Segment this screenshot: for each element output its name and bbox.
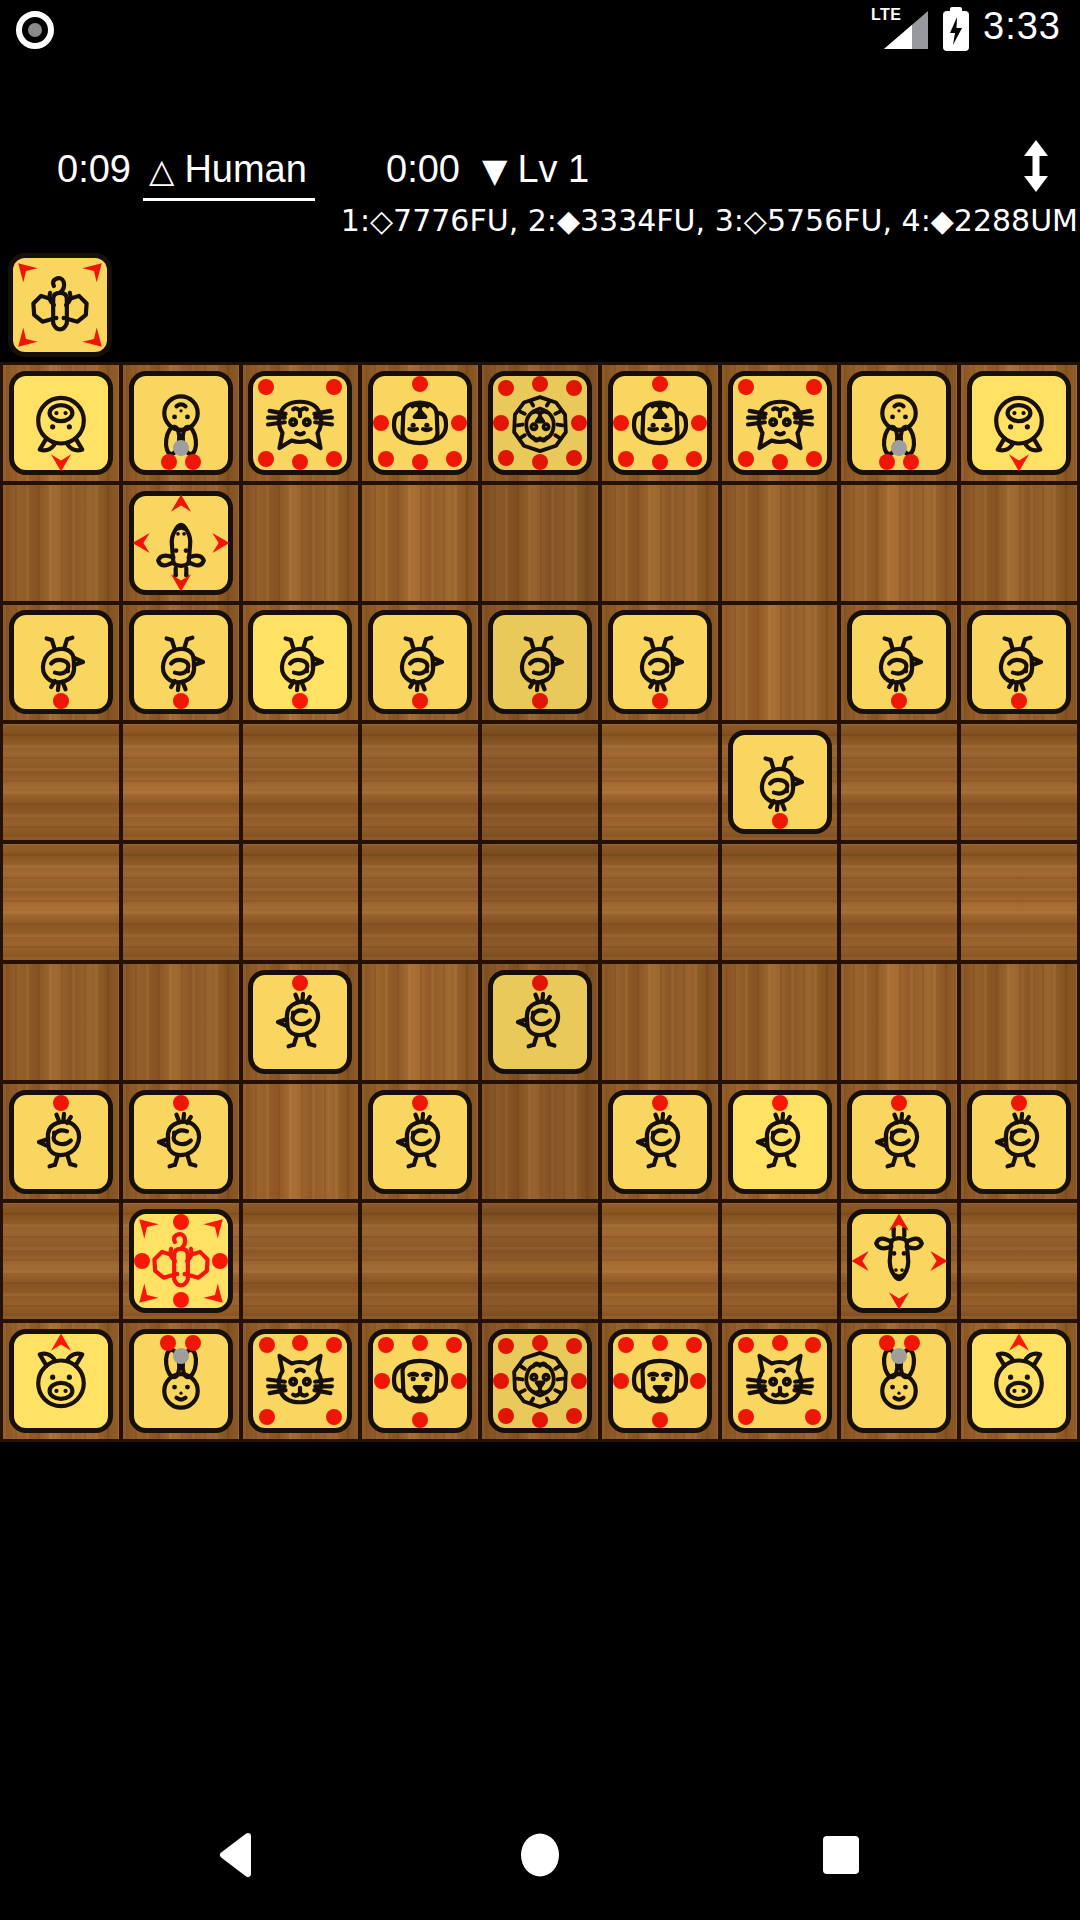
chick-icon bbox=[742, 1104, 818, 1180]
chick-icon bbox=[382, 624, 458, 700]
move-dot bbox=[690, 415, 706, 431]
move-dot bbox=[891, 1095, 907, 1111]
move-dot bbox=[566, 380, 582, 396]
signal-icon bbox=[884, 11, 928, 49]
move-dot bbox=[532, 693, 548, 709]
board-square[interactable] bbox=[3, 1203, 119, 1319]
move-dot bbox=[879, 453, 895, 469]
board-square[interactable] bbox=[123, 1084, 239, 1200]
board-square[interactable] bbox=[3, 964, 119, 1080]
move-dot bbox=[532, 453, 548, 469]
recents-button[interactable] bbox=[822, 1835, 860, 1875]
piece-chick-pawn-white[interactable] bbox=[129, 610, 233, 714]
move-dot bbox=[571, 415, 587, 431]
board-square[interactable] bbox=[961, 724, 1077, 840]
move-dot bbox=[532, 376, 548, 392]
piece-dog-gold-black[interactable] bbox=[368, 1329, 472, 1433]
board-square[interactable] bbox=[961, 1203, 1077, 1319]
move-dot bbox=[212, 1253, 228, 1269]
chick-icon bbox=[981, 1104, 1057, 1180]
board-square[interactable] bbox=[362, 485, 478, 601]
board-square[interactable] bbox=[602, 844, 718, 960]
piece-giraffe-rook-black[interactable] bbox=[847, 1209, 951, 1313]
move-dot bbox=[173, 1095, 189, 1111]
move-dot bbox=[259, 1409, 275, 1425]
app-screen: LTE 3:33 0:09 △Human 0:00 ▼Lv 1 1:◇7776F… bbox=[0, 0, 1080, 1920]
board-square[interactable] bbox=[722, 605, 838, 721]
dog-icon bbox=[382, 1343, 458, 1419]
slide-arrow-icon bbox=[169, 493, 192, 516]
cat-icon bbox=[742, 385, 818, 461]
piece-pig-lance-white[interactable] bbox=[967, 371, 1071, 475]
move-dot bbox=[173, 693, 189, 709]
board-square[interactable] bbox=[123, 365, 239, 481]
move-dot bbox=[292, 975, 308, 991]
board-square[interactable] bbox=[123, 1203, 239, 1319]
board-square[interactable] bbox=[841, 724, 957, 840]
move-dot bbox=[891, 693, 907, 709]
move-dot bbox=[805, 1409, 821, 1425]
piece-pig-lance-black[interactable] bbox=[9, 1329, 113, 1433]
board-square[interactable] bbox=[123, 724, 239, 840]
move-dot bbox=[326, 1337, 342, 1353]
piece-cat-silver-white[interactable] bbox=[248, 371, 352, 475]
piece-chick-pawn-white[interactable] bbox=[847, 610, 951, 714]
board-square[interactable] bbox=[961, 485, 1077, 601]
move-dot bbox=[326, 379, 342, 395]
board-square[interactable] bbox=[722, 964, 838, 1080]
move-dot bbox=[378, 1337, 394, 1353]
move-dot bbox=[686, 451, 702, 467]
move-history: 1:◇7776FU, 2:◆3334FU, 3:◇5756FU, 4:◆2288… bbox=[0, 203, 1078, 238]
board-square[interactable] bbox=[961, 844, 1077, 960]
board-square[interactable] bbox=[961, 605, 1077, 721]
board-square[interactable] bbox=[482, 844, 598, 960]
move-dot bbox=[326, 1409, 342, 1425]
move-dot bbox=[805, 379, 821, 395]
board-square[interactable] bbox=[243, 1323, 359, 1439]
move-dot bbox=[259, 451, 275, 467]
sente-mark-icon: △ bbox=[149, 151, 174, 190]
board-square[interactable] bbox=[3, 485, 119, 601]
move-dot bbox=[412, 1335, 428, 1351]
piece-chick-pawn-white[interactable] bbox=[9, 610, 113, 714]
piece-lion-king-white[interactable] bbox=[488, 371, 592, 475]
move-dot bbox=[532, 1412, 548, 1428]
move-dot bbox=[412, 1095, 428, 1111]
screen-record-icon bbox=[16, 11, 54, 49]
slide-arrow-icon bbox=[1008, 450, 1031, 473]
chick-icon bbox=[502, 984, 578, 1060]
move-dot bbox=[652, 1412, 668, 1428]
piece-chick-pawn-black[interactable] bbox=[248, 970, 352, 1074]
board-square[interactable] bbox=[123, 1323, 239, 1439]
move-dot bbox=[451, 1373, 467, 1389]
piece-chick-pawn-black[interactable] bbox=[847, 1090, 951, 1194]
piece-chick-pawn-black[interactable] bbox=[9, 1090, 113, 1194]
piece-cat-silver-white[interactable] bbox=[728, 371, 832, 475]
board-square[interactable] bbox=[362, 844, 478, 960]
move-dot bbox=[446, 451, 462, 467]
board-square[interactable] bbox=[123, 964, 239, 1080]
chick-icon bbox=[861, 624, 937, 700]
move-dot bbox=[185, 1335, 201, 1351]
piece-dog-gold-black[interactable] bbox=[608, 1329, 712, 1433]
board-square[interactable] bbox=[482, 1203, 598, 1319]
piece-chick-pawn-black[interactable] bbox=[967, 1090, 1071, 1194]
board-square[interactable] bbox=[243, 485, 359, 601]
piece-chick-pawn-black[interactable] bbox=[608, 1090, 712, 1194]
move-dot bbox=[374, 1373, 390, 1389]
slide-arrow-icon bbox=[169, 570, 192, 593]
move-dot bbox=[498, 1338, 514, 1354]
gote-clock: 0:00 bbox=[386, 148, 460, 191]
board-square[interactable] bbox=[961, 365, 1077, 481]
piece-chick-pawn-white[interactable] bbox=[368, 610, 472, 714]
piece-dog-gold-white[interactable] bbox=[368, 371, 472, 475]
cat-icon bbox=[262, 385, 338, 461]
piece-promoted-elephant-horse-white[interactable] bbox=[129, 1209, 233, 1313]
dog-icon bbox=[622, 385, 698, 461]
move-dot bbox=[738, 1337, 754, 1353]
move-dot bbox=[566, 450, 582, 466]
move-dot bbox=[1011, 1095, 1027, 1111]
piece-giraffe-rook-white[interactable] bbox=[129, 491, 233, 595]
flip-board-icon[interactable] bbox=[1022, 140, 1050, 192]
back-button[interactable] bbox=[219, 1832, 251, 1878]
move-dot bbox=[498, 450, 514, 466]
piece-chick-pawn-black[interactable] bbox=[488, 970, 592, 1074]
slide-arrow-icon bbox=[888, 1211, 911, 1234]
move-dot bbox=[738, 451, 754, 467]
move-dot bbox=[412, 1412, 428, 1428]
move-dot bbox=[652, 693, 668, 709]
move-dot bbox=[1011, 693, 1027, 709]
piece-rabbit-knight-white[interactable] bbox=[129, 371, 233, 475]
move-dot bbox=[532, 975, 548, 991]
move-dot bbox=[690, 1373, 706, 1389]
move-dot bbox=[173, 1214, 189, 1230]
move-dot bbox=[613, 415, 629, 431]
move-dot bbox=[374, 415, 390, 431]
slide-arrow-icon bbox=[926, 1250, 949, 1273]
move-dot bbox=[498, 380, 514, 396]
move-dot bbox=[532, 1335, 548, 1351]
piece-lion-king-black[interactable] bbox=[488, 1329, 592, 1433]
board-square[interactable] bbox=[362, 365, 478, 481]
move-dot bbox=[686, 1337, 702, 1353]
move-dot bbox=[571, 1373, 587, 1389]
move-dot bbox=[292, 453, 308, 469]
board-square[interactable] bbox=[243, 365, 359, 481]
move-dot bbox=[292, 693, 308, 709]
piece-chick-pawn-white[interactable] bbox=[967, 610, 1071, 714]
move-dot bbox=[879, 1335, 895, 1351]
board-square[interactable] bbox=[362, 1084, 478, 1200]
move-dot bbox=[566, 1408, 582, 1424]
move-dot bbox=[412, 453, 428, 469]
move-dot bbox=[772, 813, 788, 829]
slide-arrow-icon bbox=[49, 1331, 72, 1354]
chick-icon bbox=[143, 1104, 219, 1180]
move-dot bbox=[412, 376, 428, 392]
cat-icon bbox=[262, 1343, 338, 1419]
move-dot bbox=[652, 376, 668, 392]
board-square[interactable] bbox=[482, 724, 598, 840]
chick-icon bbox=[622, 1104, 698, 1180]
board-square[interactable] bbox=[602, 1323, 718, 1439]
move-dot bbox=[451, 415, 467, 431]
pig-icon bbox=[981, 1343, 1057, 1419]
slide-arrow-icon bbox=[208, 531, 231, 554]
move-dot bbox=[566, 1338, 582, 1354]
battery-charging-icon bbox=[941, 7, 971, 51]
piece-cat-silver-black[interactable] bbox=[248, 1329, 352, 1433]
board-square[interactable] bbox=[243, 605, 359, 721]
slide-arrow-icon bbox=[1008, 1331, 1031, 1354]
board-square[interactable] bbox=[243, 1084, 359, 1200]
board-square[interactable] bbox=[3, 1084, 119, 1200]
board-square[interactable] bbox=[841, 365, 957, 481]
board-square[interactable] bbox=[602, 1203, 718, 1319]
board-square[interactable] bbox=[362, 605, 478, 721]
move-dot bbox=[613, 1373, 629, 1389]
chick-icon bbox=[23, 624, 99, 700]
board-square[interactable] bbox=[243, 964, 359, 1080]
board-square[interactable] bbox=[961, 964, 1077, 1080]
move-dot bbox=[652, 1095, 668, 1111]
board-square[interactable] bbox=[243, 724, 359, 840]
board-square[interactable] bbox=[482, 964, 598, 1080]
board-square[interactable] bbox=[3, 724, 119, 840]
shogi-board bbox=[0, 362, 1080, 1442]
piece-rabbit-knight-black[interactable] bbox=[847, 1329, 951, 1433]
jump-dot bbox=[173, 1348, 189, 1364]
board-square[interactable] bbox=[602, 1084, 718, 1200]
cat-icon bbox=[742, 1343, 818, 1419]
sente-name: Human bbox=[184, 148, 307, 190]
move-dot bbox=[292, 1335, 308, 1351]
piece-chick-pawn-black[interactable] bbox=[368, 1090, 472, 1194]
board-square[interactable] bbox=[722, 485, 838, 601]
board-square[interactable] bbox=[243, 1203, 359, 1319]
move-dot bbox=[53, 1095, 69, 1111]
board-square[interactable] bbox=[482, 1084, 598, 1200]
move-dot bbox=[493, 415, 509, 431]
board-square[interactable] bbox=[3, 365, 119, 481]
slide-arrow-icon bbox=[49, 450, 72, 473]
board-square[interactable] bbox=[362, 724, 478, 840]
move-dot bbox=[259, 1337, 275, 1353]
jump-dot bbox=[891, 1348, 907, 1364]
board-square[interactable] bbox=[602, 365, 718, 481]
piece-chick-pawn-white[interactable] bbox=[248, 610, 352, 714]
board-square[interactable] bbox=[961, 1084, 1077, 1200]
board-square[interactable] bbox=[3, 844, 119, 960]
board-square[interactable] bbox=[602, 964, 718, 1080]
chick-icon bbox=[742, 744, 818, 820]
move-dot bbox=[173, 1293, 189, 1309]
chick-icon bbox=[262, 984, 338, 1060]
move-dot bbox=[53, 693, 69, 709]
board-square[interactable] bbox=[961, 1323, 1077, 1439]
gote-player-button[interactable]: ▼Lv 1 bbox=[476, 148, 595, 198]
chick-icon bbox=[23, 1104, 99, 1180]
move-dot bbox=[185, 453, 201, 469]
gote-mark-icon: ▼ bbox=[482, 151, 507, 190]
chick-icon bbox=[502, 624, 578, 700]
piece-rabbit-knight-black[interactable] bbox=[129, 1329, 233, 1433]
board-square[interactable] bbox=[123, 844, 239, 960]
move-dot bbox=[772, 453, 788, 469]
board-square[interactable] bbox=[482, 605, 598, 721]
move-dot bbox=[618, 1337, 634, 1353]
move-dot bbox=[904, 1335, 920, 1351]
game-header: 0:09 △Human 0:00 ▼Lv 1 bbox=[0, 146, 1080, 202]
lion-icon bbox=[502, 385, 578, 461]
move-dot bbox=[652, 1335, 668, 1351]
chick-icon bbox=[981, 624, 1057, 700]
home-button[interactable] bbox=[517, 1832, 563, 1878]
board-square[interactable] bbox=[3, 1323, 119, 1439]
move-dot bbox=[378, 451, 394, 467]
move-dot bbox=[326, 451, 342, 467]
move-dot bbox=[772, 1095, 788, 1111]
piece-chick-pawn-white[interactable] bbox=[608, 610, 712, 714]
board-square[interactable] bbox=[841, 1203, 957, 1319]
gote-hand-tray[interactable] bbox=[8, 253, 112, 357]
move-dot bbox=[412, 693, 428, 709]
board-square[interactable] bbox=[602, 724, 718, 840]
move-dot bbox=[805, 451, 821, 467]
piece-rabbit-knight-white[interactable] bbox=[847, 371, 951, 475]
piece-chick-pawn-white[interactable] bbox=[488, 610, 592, 714]
board-square[interactable] bbox=[841, 964, 957, 1080]
move-dot bbox=[493, 1373, 509, 1389]
move-dot bbox=[160, 453, 176, 469]
piece-chick-pawn-white[interactable] bbox=[728, 730, 832, 834]
board-square[interactable] bbox=[362, 1203, 478, 1319]
move-dot bbox=[446, 1337, 462, 1353]
lion-icon bbox=[502, 1343, 578, 1419]
status-time: 3:33 bbox=[983, 5, 1061, 48]
piece-cat-silver-black[interactable] bbox=[728, 1329, 832, 1433]
sente-player-button[interactable]: △Human bbox=[143, 148, 315, 201]
move-dot bbox=[738, 1409, 754, 1425]
board-square[interactable] bbox=[602, 485, 718, 601]
chick-icon bbox=[622, 624, 698, 700]
board-square[interactable] bbox=[722, 1203, 838, 1319]
dog-icon bbox=[382, 385, 458, 461]
board-square[interactable] bbox=[722, 365, 838, 481]
board-square[interactable] bbox=[3, 605, 119, 721]
piece-elephant-bishop-white[interactable] bbox=[8, 253, 112, 357]
piece-dog-gold-white[interactable] bbox=[608, 371, 712, 475]
move-dot bbox=[805, 1337, 821, 1353]
move-dot bbox=[160, 1335, 176, 1351]
slide-arrow-icon bbox=[131, 531, 154, 554]
chick-icon bbox=[382, 1104, 458, 1180]
board-square[interactable] bbox=[841, 1084, 957, 1200]
board-square[interactable] bbox=[123, 605, 239, 721]
chick-icon bbox=[143, 624, 219, 700]
board-square[interactable] bbox=[123, 485, 239, 601]
piece-pig-lance-white[interactable] bbox=[9, 371, 113, 475]
board-square[interactable] bbox=[602, 605, 718, 721]
slide-arrow-icon bbox=[849, 1250, 872, 1273]
sente-clock: 0:09 bbox=[57, 148, 131, 191]
move-dot bbox=[618, 451, 634, 467]
pig-icon bbox=[23, 1343, 99, 1419]
slide-arrow-icon bbox=[888, 1288, 911, 1311]
board-square[interactable] bbox=[722, 844, 838, 960]
board-square[interactable] bbox=[722, 1323, 838, 1439]
board-square[interactable] bbox=[482, 485, 598, 601]
board-square[interactable] bbox=[482, 365, 598, 481]
board-square[interactable] bbox=[841, 844, 957, 960]
move-dot bbox=[652, 453, 668, 469]
gote-name: Lv 1 bbox=[517, 148, 589, 190]
board-square[interactable] bbox=[841, 1323, 957, 1439]
board-square[interactable] bbox=[841, 485, 957, 601]
board-square[interactable] bbox=[362, 1323, 478, 1439]
piece-chick-pawn-black[interactable] bbox=[728, 1090, 832, 1194]
jump-dot bbox=[173, 440, 189, 456]
chick-icon bbox=[861, 1104, 937, 1180]
move-dot bbox=[133, 1253, 149, 1269]
board-square[interactable] bbox=[243, 844, 359, 960]
board-square[interactable] bbox=[362, 964, 478, 1080]
piece-chick-pawn-black[interactable] bbox=[129, 1090, 233, 1194]
move-dot bbox=[738, 379, 754, 395]
move-dot bbox=[498, 1408, 514, 1424]
piece-pig-lance-black[interactable] bbox=[967, 1329, 1071, 1433]
chick-icon bbox=[262, 624, 338, 700]
move-dot bbox=[772, 1335, 788, 1351]
board-square[interactable] bbox=[841, 605, 957, 721]
board-square[interactable] bbox=[722, 1084, 838, 1200]
board-square[interactable] bbox=[482, 1323, 598, 1439]
board-square[interactable] bbox=[722, 724, 838, 840]
dog-icon bbox=[622, 1343, 698, 1419]
move-dot bbox=[904, 453, 920, 469]
